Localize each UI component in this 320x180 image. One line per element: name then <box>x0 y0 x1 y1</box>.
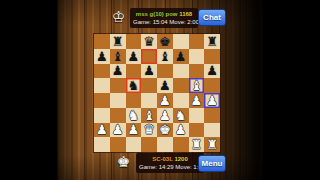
square-c2[interactable]: ♟ <box>126 123 142 138</box>
square-d5[interactable] <box>141 78 157 93</box>
square-b7[interactable]: ♝ <box>110 49 126 64</box>
top-player-name: mss g(10) pow <box>136 11 178 17</box>
white-bishop-g5: ♝ <box>191 79 203 92</box>
black-pawn-f7: ♟ <box>175 50 187 63</box>
square-a4[interactable] <box>94 93 110 108</box>
black-pawn-d6: ♟ <box>143 64 155 77</box>
square-h5[interactable] <box>204 78 220 93</box>
square-f3[interactable]: ♞ <box>173 108 189 123</box>
square-g4[interactable]: ♟ <box>189 93 205 108</box>
square-a1[interactable] <box>94 137 110 152</box>
square-a3[interactable] <box>94 108 110 123</box>
black-king-e8: ♚ <box>159 35 171 48</box>
white-pawn-f2: ♟ <box>175 123 187 136</box>
square-f4[interactable] <box>173 93 189 108</box>
square-g1[interactable]: ♜ <box>189 137 205 152</box>
square-d7[interactable] <box>141 49 157 64</box>
menu-button[interactable]: Menu <box>198 155 226 172</box>
top-move-clock: Move: 2:00 <box>169 19 199 25</box>
black-rook-h8: ♜ <box>206 35 218 48</box>
square-c4[interactable] <box>126 93 142 108</box>
square-g7[interactable] <box>189 49 205 64</box>
square-d2[interactable]: ♛ <box>141 123 157 138</box>
square-g5[interactable]: ♝ <box>189 78 205 93</box>
bottom-game-clock: Game: 14:29 <box>139 164 174 170</box>
white-rook-g1: ♜ <box>191 138 203 151</box>
chat-button[interactable]: Chat <box>198 9 226 26</box>
square-b1[interactable] <box>110 137 126 152</box>
white-pawn-c2: ♟ <box>128 123 140 136</box>
square-h7[interactable] <box>204 49 220 64</box>
black-queen-d8: ♛ <box>143 35 155 48</box>
square-f6[interactable] <box>173 64 189 79</box>
square-b4[interactable] <box>110 93 126 108</box>
square-b8[interactable]: ♜ <box>110 34 126 49</box>
square-c1[interactable] <box>126 137 142 152</box>
white-knight-c3: ♞ <box>128 109 140 122</box>
square-g6[interactable] <box>189 64 205 79</box>
square-b2[interactable]: ♟ <box>110 123 126 138</box>
square-e2[interactable]: ♚ <box>157 123 173 138</box>
white-king-icon: ♔ <box>112 9 125 25</box>
bottom-player-rating: 1200 <box>174 156 187 162</box>
square-a5[interactable] <box>94 78 110 93</box>
square-c6[interactable] <box>126 64 142 79</box>
black-pawn-a7: ♟ <box>96 50 108 63</box>
chess-board: ♜♛♚♜♟♝♟♝♟♟♟♟♞♟♝♟♟♟♞♝♟♞♟♟♟♛♚♟♜♜ <box>93 33 221 153</box>
white-rook-h1: ♜ <box>206 138 218 151</box>
white-queen-d2: ♛ <box>143 123 155 136</box>
square-b3[interactable] <box>110 108 126 123</box>
square-h4[interactable]: ♟ <box>204 93 220 108</box>
square-f5[interactable] <box>173 78 189 93</box>
chess-app: ♔ mss g(10) pow 1168 Game: 15:04 Move: 2… <box>57 0 263 180</box>
white-pawn-h4: ♟ <box>206 94 218 107</box>
square-f8[interactable] <box>173 34 189 49</box>
square-d1[interactable] <box>141 137 157 152</box>
black-rook-b8: ♜ <box>112 35 124 48</box>
black-pawn-b6: ♟ <box>112 64 124 77</box>
square-b5[interactable] <box>110 78 126 93</box>
square-h6[interactable]: ♟ <box>204 64 220 79</box>
square-g8[interactable] <box>189 34 205 49</box>
square-f7[interactable]: ♟ <box>173 49 189 64</box>
white-pawn-e4: ♟ <box>159 94 171 107</box>
bottom-player-info: SC-03L 1200 Game: 14:29 Move: 1:43 <box>136 153 204 173</box>
square-f2[interactable]: ♟ <box>173 123 189 138</box>
square-f1[interactable] <box>173 137 189 152</box>
square-e8[interactable]: ♚ <box>157 34 173 49</box>
square-h2[interactable] <box>204 123 220 138</box>
square-a6[interactable] <box>94 64 110 79</box>
white-pawn-g4: ♟ <box>191 94 203 107</box>
square-e3[interactable]: ♟ <box>157 108 173 123</box>
white-pawn-e3: ♟ <box>159 109 171 122</box>
square-c8[interactable] <box>126 34 142 49</box>
square-e5[interactable]: ♟ <box>157 78 173 93</box>
top-player-rating: 1168 <box>179 11 192 17</box>
black-king-icon: ♚ <box>117 154 130 170</box>
square-a2[interactable]: ♟ <box>94 123 110 138</box>
square-d6[interactable]: ♟ <box>141 64 157 79</box>
black-pawn-e5: ♟ <box>159 79 171 92</box>
square-h3[interactable] <box>204 108 220 123</box>
white-king-e2: ♚ <box>159 123 171 136</box>
black-pawn-h6: ♟ <box>206 64 218 77</box>
square-b6[interactable]: ♟ <box>110 64 126 79</box>
top-player-info: mss g(10) pow 1168 Game: 15:04 Move: 2:0… <box>130 8 198 28</box>
black-knight-c5: ♞ <box>128 79 140 92</box>
square-e7[interactable]: ♝ <box>157 49 173 64</box>
white-knight-f3: ♞ <box>175 109 187 122</box>
square-e4[interactable]: ♟ <box>157 93 173 108</box>
square-a7[interactable]: ♟ <box>94 49 110 64</box>
bottom-player-name: SC-03L <box>152 156 173 162</box>
phone-screen: ♔ mss g(10) pow 1168 Game: 15:04 Move: 2… <box>0 0 320 180</box>
square-h1[interactable]: ♜ <box>204 137 220 152</box>
square-a8[interactable] <box>94 34 110 49</box>
square-g2[interactable] <box>189 123 205 138</box>
square-c3[interactable]: ♞ <box>126 108 142 123</box>
square-d4[interactable] <box>141 93 157 108</box>
square-h8[interactable]: ♜ <box>204 34 220 49</box>
black-pawn-c7: ♟ <box>128 50 140 63</box>
square-d8[interactable]: ♛ <box>141 34 157 49</box>
top-game-clock: Game: 15:04 <box>133 19 168 25</box>
white-pawn-b2: ♟ <box>112 123 124 136</box>
square-e1[interactable] <box>157 137 173 152</box>
square-c5[interactable]: ♞ <box>126 78 142 93</box>
white-pawn-a2: ♟ <box>96 123 108 136</box>
black-bishop-b7: ♝ <box>112 50 124 63</box>
square-c7[interactable]: ♟ <box>126 49 142 64</box>
square-d3[interactable]: ♝ <box>141 108 157 123</box>
square-g3[interactable] <box>189 108 205 123</box>
white-bishop-d3: ♝ <box>143 109 155 122</box>
square-e6[interactable] <box>157 64 173 79</box>
black-bishop-e7: ♝ <box>159 50 171 63</box>
